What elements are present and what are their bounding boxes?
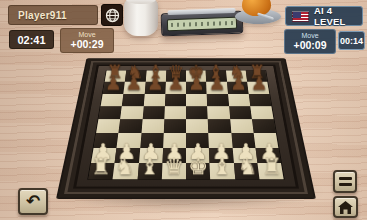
us-flag-icon — [292, 11, 309, 22]
black-pawn[interactable]: ♟ — [124, 74, 145, 93]
square-f6[interactable] — [207, 94, 229, 106]
black-pawn[interactable]: ♟ — [144, 74, 165, 93]
square-b6[interactable] — [122, 94, 144, 106]
black-pawn[interactable]: ♟ — [103, 74, 124, 93]
player-game-timer: 02:41 — [9, 30, 54, 49]
white-queen[interactable]: ♛ — [162, 156, 186, 178]
ai-level-label: AI 4 LEVEL — [314, 5, 356, 27]
ai-level-badge: AI 4 LEVEL — [285, 6, 363, 26]
black-pawn[interactable]: ♟ — [186, 74, 207, 93]
square-d5[interactable] — [164, 106, 186, 119]
square-g4[interactable] — [230, 119, 254, 133]
square-h7[interactable]: ♟ — [247, 82, 269, 94]
square-g7[interactable]: ♟ — [227, 82, 249, 94]
square-a6[interactable] — [101, 94, 124, 106]
player-timer-value: 02:41 — [17, 34, 45, 46]
square-a1[interactable]: ♜ — [88, 163, 114, 179]
square-c5[interactable] — [142, 106, 164, 119]
ai-game-timer: 00:14 — [338, 31, 365, 50]
home-icon — [338, 201, 353, 214]
white-knight[interactable]: ♞ — [113, 156, 137, 178]
player-name-badge: Player911 — [8, 5, 98, 25]
player-move-timer-badge: Move +00:29 — [60, 28, 114, 53]
square-a7[interactable]: ♟ — [103, 82, 125, 94]
square-f1[interactable]: ♝ — [210, 163, 235, 179]
globe-icon — [105, 8, 120, 23]
square-c6[interactable] — [143, 94, 165, 106]
square-g6[interactable] — [228, 94, 250, 106]
square-d1[interactable]: ♛ — [162, 163, 186, 179]
square-f4[interactable] — [208, 119, 231, 133]
square-b1[interactable]: ♞ — [113, 163, 139, 179]
online-globe-button[interactable] — [101, 4, 123, 26]
white-rook[interactable]: ♜ — [259, 156, 283, 178]
white-rook[interactable]: ♜ — [88, 156, 112, 178]
square-d6[interactable] — [165, 94, 186, 106]
ai-timer-value: 00:14 — [340, 36, 363, 46]
square-a5[interactable] — [98, 106, 122, 119]
black-pawn[interactable]: ♟ — [248, 74, 269, 93]
square-h1[interactable]: ♜ — [257, 163, 283, 179]
black-pawn[interactable]: ♟ — [165, 74, 186, 93]
square-h4[interactable] — [252, 119, 276, 133]
black-pawn[interactable]: ♟ — [228, 74, 249, 93]
white-mug — [124, 0, 158, 36]
square-b7[interactable]: ♟ — [124, 82, 146, 94]
ai-move-timer-badge: Move +00:09 — [284, 29, 336, 54]
square-e5[interactable] — [186, 106, 208, 119]
black-pawn[interactable]: ♟ — [207, 74, 228, 93]
square-c1[interactable]: ♝ — [137, 163, 162, 179]
board-grid[interactable]: ♜♞♝♛♚♝♞♜♟♟♟♟♟♟♟♟♟♟♟♟♟♟♟♟♜♞♝♛♚♝♞♜ — [87, 70, 284, 180]
square-a4[interactable] — [96, 119, 120, 133]
white-knight[interactable]: ♞ — [235, 156, 259, 178]
square-e1[interactable]: ♚ — [186, 163, 210, 179]
player-move-time: +00:29 — [71, 39, 104, 50]
square-b5[interactable] — [120, 106, 143, 119]
board-frame: ♜♞♝♛♚♝♞♜♟♟♟♟♟♟♟♟♟♟♟♟♟♟♟♟♜♞♝♛♚♝♞♜ — [56, 58, 316, 199]
square-h5[interactable] — [250, 106, 274, 119]
home-button[interactable] — [333, 196, 358, 218]
chess-board[interactable]: ♜♞♝♛♚♝♞♜♟♟♟♟♟♟♟♟♟♟♟♟♟♟♟♟♜♞♝♛♚♝♞♜ — [56, 58, 316, 199]
clock-buttons — [168, 8, 236, 15]
menu-icon — [339, 177, 352, 180]
square-g1[interactable]: ♞ — [233, 163, 259, 179]
square-e4[interactable] — [186, 119, 208, 133]
square-f7[interactable]: ♟ — [206, 82, 227, 94]
square-e6[interactable] — [186, 94, 207, 106]
ai-move-time: +00:09 — [294, 40, 327, 51]
square-d4[interactable] — [164, 119, 186, 133]
white-king[interactable]: ♚ — [186, 156, 210, 178]
square-f5[interactable] — [207, 106, 229, 119]
square-d7[interactable]: ♟ — [165, 82, 186, 94]
square-e7[interactable]: ♟ — [186, 82, 207, 94]
clock-lcd-display — [167, 17, 237, 31]
chess-clock — [161, 11, 244, 37]
white-bishop[interactable]: ♝ — [137, 156, 161, 178]
square-b4[interactable] — [119, 119, 143, 133]
menu-button[interactable] — [333, 170, 357, 193]
undo-arrow-icon: ↶ — [26, 193, 40, 210]
square-c4[interactable] — [141, 119, 164, 133]
square-h6[interactable] — [248, 94, 271, 106]
undo-button[interactable]: ↶ — [18, 188, 48, 215]
square-g5[interactable] — [229, 106, 252, 119]
player-name-label: Player911 — [18, 10, 67, 21]
white-bishop[interactable]: ♝ — [210, 156, 234, 178]
square-c7[interactable]: ♟ — [144, 82, 165, 94]
game-screen: ♜♞♝♛♚♝♞♜♟♟♟♟♟♟♟♟♟♟♟♟♟♟♟♟♜♞♝♛♚♝♞♜ Player9… — [0, 0, 367, 220]
